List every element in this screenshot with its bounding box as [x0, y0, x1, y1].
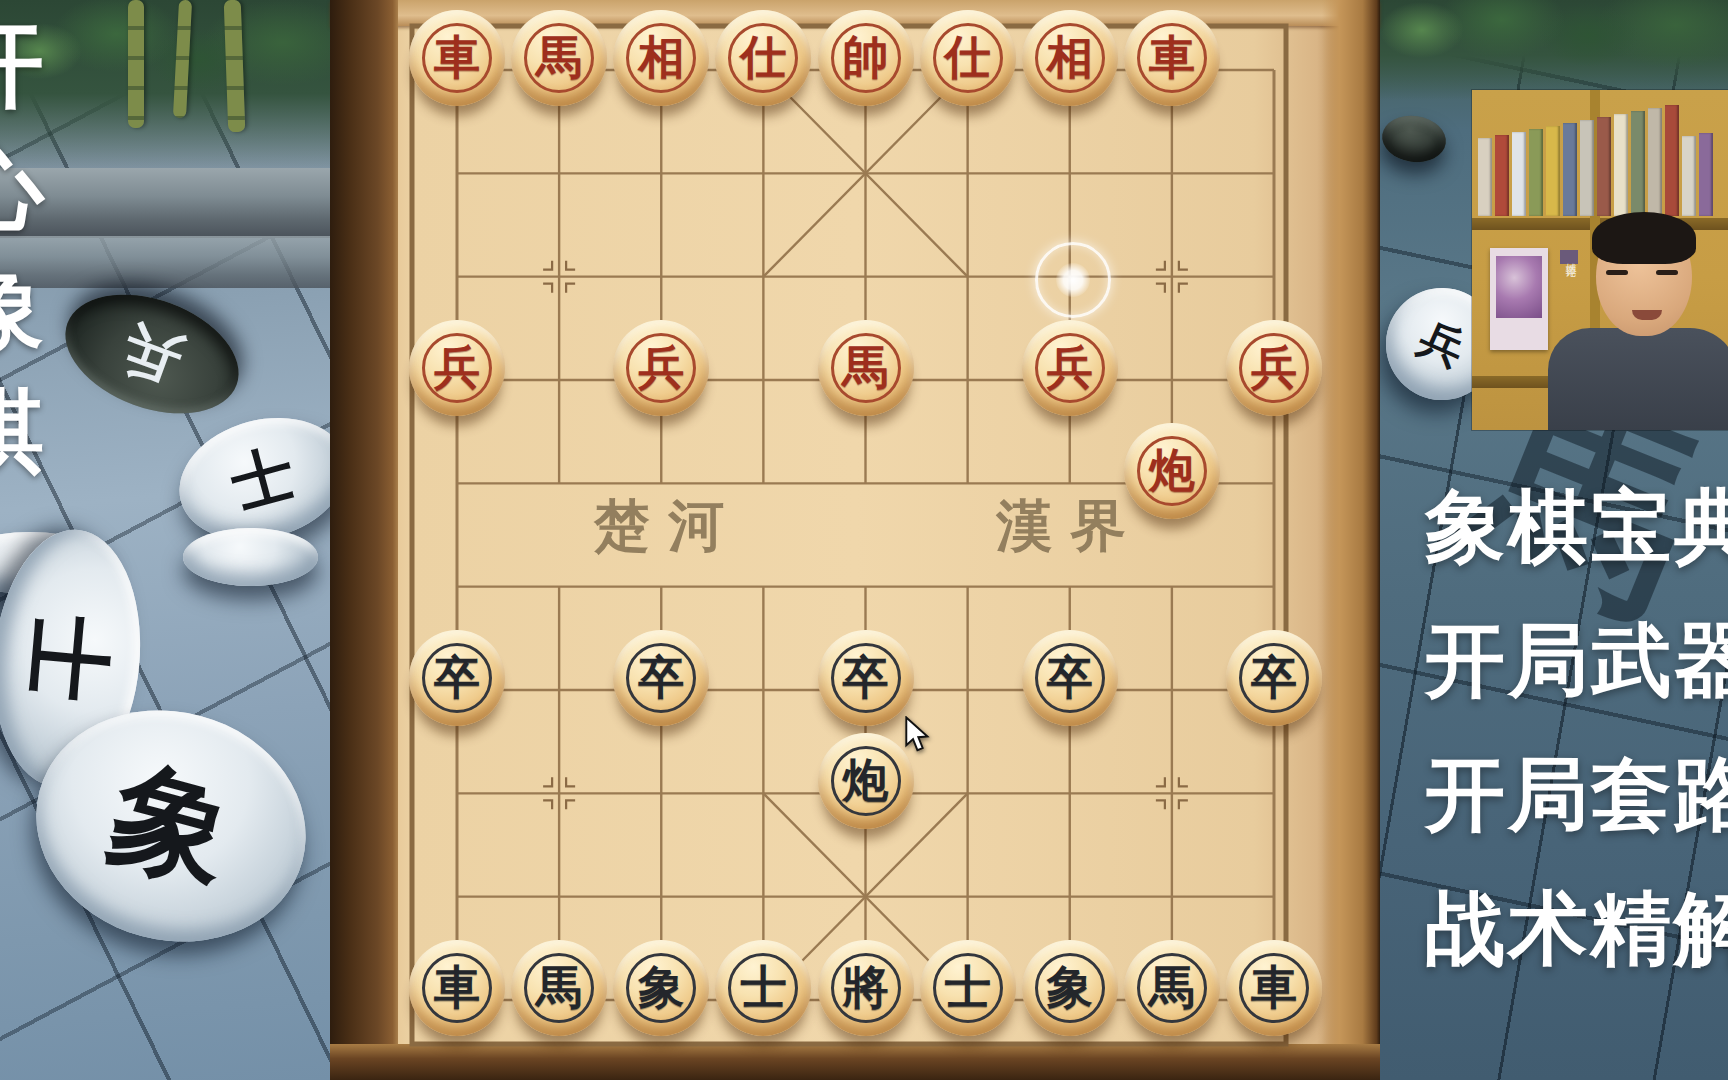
piece-glyph: 兵: [1047, 345, 1093, 391]
book-spine: [1580, 120, 1594, 216]
person-hair: [1592, 212, 1696, 264]
bamboo-stalk: [128, 0, 144, 128]
piece-black-車[interactable]: 車: [409, 940, 505, 1036]
bamboo-grove: [0, 0, 332, 170]
piece-black-炮[interactable]: 炮: [818, 733, 914, 829]
book-spine: [1631, 111, 1645, 216]
piece-glyph: 卒: [1251, 655, 1297, 701]
piece-red-兵[interactable]: 兵: [409, 320, 505, 416]
piece-black-象[interactable]: 象: [1022, 940, 1118, 1036]
piece-glyph: 相: [1047, 35, 1093, 81]
piece-black-馬[interactable]: 馬: [511, 940, 607, 1036]
piece-red-仕[interactable]: 仕: [920, 10, 1016, 106]
piece-glyph: 卒: [843, 655, 889, 701]
book-spine: [1699, 133, 1713, 216]
piece-black-卒[interactable]: 卒: [1022, 630, 1118, 726]
book-spine: [1648, 108, 1662, 216]
piece-glyph: 象: [1047, 965, 1093, 1011]
piece-black-將[interactable]: 將: [818, 940, 914, 1036]
caption-line: 开局套路: [1425, 755, 1728, 835]
piece-glyph: 士: [740, 965, 786, 1011]
caption-line: 战术精解: [1425, 889, 1728, 969]
river-label-left: 楚河: [594, 489, 742, 565]
book-spine: [1529, 129, 1543, 216]
piece-black-士[interactable]: 士: [920, 940, 1016, 1036]
move-highlight-glow: [1035, 242, 1111, 318]
piece-glyph: 士: [945, 965, 991, 1011]
trees: [1380, 0, 1728, 100]
video-frame: 兵士士象 开心象棋 馬 兵 楚河 漢界 車 馬 相 仕 帥: [0, 0, 1728, 1080]
book-spine: [1512, 132, 1526, 216]
piece-red-車[interactable]: 車: [1124, 10, 1220, 106]
piece-black-卒[interactable]: 卒: [409, 630, 505, 726]
piece-glyph: 卒: [638, 655, 684, 701]
piece-red-馬[interactable]: 馬: [511, 10, 607, 106]
edge-calligraphy-char: 棋: [0, 386, 48, 478]
piece-glyph: 兵: [434, 345, 480, 391]
edge-calligraphy-char: 开: [0, 20, 48, 112]
piece-glyph: 卒: [1047, 655, 1093, 701]
piece-glyph: 相: [638, 35, 684, 81]
piece-red-相[interactable]: 相: [1022, 10, 1118, 106]
wallpaper-piece-blank: [1379, 112, 1449, 166]
piece-glyph: 馬: [1149, 965, 1195, 1011]
piece-glyph: 兵: [638, 345, 684, 391]
piece-red-兵[interactable]: 兵: [1226, 320, 1322, 416]
piece-black-士[interactable]: 士: [715, 940, 811, 1036]
piece-red-帥[interactable]: 帥: [818, 10, 914, 106]
piece-glyph: 炮: [843, 758, 889, 804]
piece-glyph: 馬: [536, 965, 582, 1011]
piece-red-馬[interactable]: 馬: [818, 320, 914, 416]
piece-glyph: 炮: [1149, 448, 1195, 494]
piece-red-炮[interactable]: 炮: [1124, 423, 1220, 519]
piece-red-兵[interactable]: 兵: [613, 320, 709, 416]
stone-ledge: [0, 168, 332, 238]
person-eye: [1656, 270, 1678, 275]
mouse-cursor: [903, 716, 933, 754]
stone-step: [0, 236, 332, 288]
piece-glyph: 車: [1149, 35, 1195, 81]
piece-glyph: 帥: [843, 35, 889, 81]
edge-calligraphy-char: 象: [0, 264, 48, 356]
piece-glyph: 卒: [434, 655, 480, 701]
left-wallpaper: 兵士士象 开心象棋: [0, 0, 332, 1080]
book-spine: [1478, 138, 1492, 216]
book-spine: [1614, 114, 1628, 216]
xiangqi-game-window: 楚河 漢界 車 馬 相 仕 帥 仕 相 車 兵 兵: [330, 0, 1380, 1080]
book-spine: [1495, 135, 1509, 216]
caption-line: 象棋宝典: [1425, 487, 1728, 567]
piece-glyph: 將: [843, 965, 889, 1011]
piece-glyph: 仕: [740, 35, 786, 81]
board-grid: [330, 0, 1380, 1080]
book-spine: [1546, 126, 1560, 216]
person-jacket: [1548, 328, 1728, 430]
piece-glyph: 仕: [945, 35, 991, 81]
piece-red-相[interactable]: 相: [613, 10, 709, 106]
edge-calligraphy-char: 心: [0, 142, 48, 234]
river-label-right: 漢界: [996, 489, 1144, 565]
piece-glyph: 車: [434, 965, 480, 1011]
piece-glyph: 馬: [843, 345, 889, 391]
piece-black-卒[interactable]: 卒: [613, 630, 709, 726]
book-spine: [1665, 105, 1679, 216]
piece-glyph: 象: [638, 965, 684, 1011]
wallpaper-piece-blank: [183, 528, 318, 586]
caption-line: 开局武器: [1425, 621, 1728, 701]
person-eye: [1606, 270, 1628, 275]
piece-black-卒[interactable]: 卒: [1226, 630, 1322, 726]
piece-glyph: 兵: [1251, 345, 1297, 391]
piece-black-馬[interactable]: 馬: [1124, 940, 1220, 1036]
piece-red-仕[interactable]: 仕: [715, 10, 811, 106]
piece-black-車[interactable]: 車: [1226, 940, 1322, 1036]
piece-black-卒[interactable]: 卒: [818, 630, 914, 726]
book-spine: [1563, 123, 1577, 216]
book-spine: [1682, 136, 1696, 216]
poster-card: [1490, 248, 1548, 350]
webcam-feed: 博弈论: [1472, 90, 1728, 430]
piece-red-車[interactable]: 車: [409, 10, 505, 106]
piece-glyph: 車: [1251, 965, 1297, 1011]
piece-black-象[interactable]: 象: [613, 940, 709, 1036]
piece-glyph: 車: [434, 35, 480, 81]
piece-red-兵[interactable]: 兵: [1022, 320, 1118, 416]
wallpaper-piece-兵: 兵: [49, 272, 255, 435]
book-spine: [1597, 117, 1611, 216]
presenter-person: [1548, 218, 1728, 430]
piece-glyph: 馬: [536, 35, 582, 81]
